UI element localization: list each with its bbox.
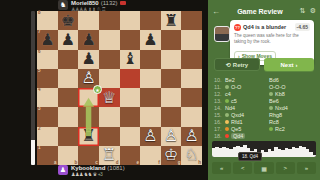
square-f7[interactable]: ♟: [140, 30, 161, 49]
square-g8[interactable]: ♜: [161, 11, 182, 30]
move-row: 14.Nd4Nxd4: [214, 104, 314, 111]
square-c6[interactable]: ♟: [78, 50, 99, 69]
good-move-icon: [225, 85, 229, 89]
blunder-icon: ??: [234, 24, 241, 31]
square-e4[interactable]: [120, 88, 141, 107]
square-c8[interactable]: [78, 11, 99, 30]
square-c3[interactable]: [78, 107, 99, 126]
square-d2[interactable]: [99, 127, 120, 146]
prev-move-button[interactable]: <: [233, 162, 252, 174]
blunder-move-icon: [225, 134, 229, 138]
rank-label-4: 4: [38, 88, 41, 93]
move-cell[interactable]: O-O: [225, 84, 269, 90]
move-row: 18.Qd4: [214, 132, 314, 139]
square-g5[interactable]: [161, 69, 182, 88]
move-number: 14.: [214, 105, 225, 111]
black-piece-r-g8: ♜: [164, 13, 178, 29]
panel-header: ← Game Review ⇅ ⚙: [208, 5, 320, 17]
game-review-panel: ← Game Review ⇅ ⚙ ?? Qd4 is a blunder -4…: [208, 0, 320, 180]
evaluation-bar-white: [31, 140, 35, 165]
rank-label-3: 3: [38, 107, 41, 112]
square-a2[interactable]: 2: [37, 127, 58, 146]
excellent-move-icon: [225, 99, 229, 103]
move-cell[interactable]: Rfd1: [225, 119, 269, 125]
square-g1[interactable]: ♔g: [161, 146, 182, 165]
square-a6[interactable]: 6: [37, 50, 58, 69]
move-cell[interactable]: Rhg8: [269, 112, 313, 118]
move-row: 13.c5Be6: [214, 97, 314, 104]
square-c1[interactable]: c: [78, 146, 99, 165]
black-piece-k-b8: ♚: [61, 13, 75, 29]
coach-headline: Qd4 is a blunder: [243, 24, 293, 30]
move-cell[interactable]: Qxd4: [225, 112, 269, 118]
square-h3[interactable]: [181, 107, 202, 126]
square-g7[interactable]: [161, 30, 182, 49]
square-e8[interactable]: [120, 11, 141, 30]
move-row: 11.O-OO-O-O: [214, 83, 314, 90]
evaluation-badge: -4.65: [295, 23, 310, 31]
best-move-badge-icon: ★: [93, 85, 102, 94]
square-f1[interactable]: f: [140, 146, 161, 165]
graph-tooltip: 18. Qd4: [238, 152, 262, 161]
square-e2[interactable]: [120, 127, 141, 146]
square-b7[interactable]: ♟: [58, 30, 79, 49]
black-piece-p-c7: ♟: [81, 32, 95, 48]
next-button[interactable]: Next ›: [264, 58, 314, 71]
square-e5[interactable]: [120, 69, 141, 88]
move-number: 13.: [214, 98, 225, 104]
move-cell[interactable]: O-O-O: [269, 84, 313, 90]
move-cell[interactable]: Rc2: [269, 126, 313, 132]
first-move-button[interactable]: «: [212, 162, 231, 174]
move-cell[interactable]: Bd6: [269, 77, 313, 83]
move-row: 10.Be2Bd6: [214, 76, 314, 83]
bottom-captured-pieces: ♟♟♟ ♞♞ ♛+3: [71, 172, 125, 177]
square-g4[interactable]: [161, 88, 182, 107]
square-d7[interactable]: [99, 30, 120, 49]
mistake-move-icon: [225, 127, 229, 131]
black-piece-r-c2: ♜: [81, 128, 95, 144]
coach-avatar: [214, 26, 230, 42]
rank-label-6: 6: [38, 50, 41, 55]
square-b6[interactable]: [58, 50, 79, 69]
square-f5[interactable]: [140, 69, 161, 88]
file-label-h: h: [198, 161, 201, 166]
square-a4[interactable]: 4: [37, 88, 58, 107]
square-c2[interactable]: ♜: [78, 127, 99, 146]
square-h1[interactable]: ♘h: [181, 146, 202, 165]
flip-board-icon[interactable]: ⇅: [300, 7, 306, 15]
playback-controls: «<▦>»: [212, 162, 316, 174]
square-h2[interactable]: ♙: [181, 127, 202, 146]
coach-subtext: The queen was safe here for the taking b…: [234, 33, 310, 44]
square-d6[interactable]: [99, 50, 120, 69]
move-cell[interactable]: Nd4: [225, 105, 269, 111]
square-a3[interactable]: 3: [37, 107, 58, 126]
retry-button[interactable]: ⟲ Retry: [214, 58, 260, 71]
move-cell[interactable]: Be6: [269, 98, 313, 104]
evaluation-bar: [31, 11, 35, 165]
top-player-avatar[interactable]: ♞: [58, 0, 68, 10]
move-row: 15.Qxd4Rhg8: [214, 111, 314, 118]
square-g2[interactable]: ♙: [161, 127, 182, 146]
retry-icon: ⟲: [226, 61, 231, 68]
square-c7[interactable]: ♟: [78, 30, 99, 49]
white-piece-r-d1: ♖: [102, 147, 116, 163]
square-h8[interactable]: [181, 11, 202, 30]
move-cell[interactable]: Nxd4: [269, 105, 313, 111]
square-h4[interactable]: [181, 88, 202, 107]
back-icon[interactable]: ←: [212, 7, 220, 16]
square-b3[interactable]: [58, 107, 79, 126]
square-f8[interactable]: [140, 11, 161, 30]
square-f2[interactable]: ♙: [140, 127, 161, 146]
file-label-f: f: [158, 161, 160, 166]
white-piece-p-g2: ♙: [164, 128, 178, 144]
file-label-e: e: [137, 161, 140, 166]
square-d1[interactable]: ♖d: [99, 146, 120, 165]
black-piece-p-f7: ♟: [143, 32, 157, 48]
panel-title: Game Review: [220, 8, 300, 15]
move-row: 17.Qe5Rc2: [214, 125, 314, 132]
move-cell[interactable]: Qd4: [225, 133, 269, 139]
move-number: 11.: [214, 84, 225, 90]
move-row: 12.c4Kb8: [214, 90, 314, 97]
chess-board[interactable]: 8♚♜♟7♟♟♟6♟♝5♙4♕32♜♙♙♙1abc♖def♔g♘h★: [37, 11, 202, 165]
move-number: 12.: [214, 91, 225, 97]
square-f6[interactable]: [140, 50, 161, 69]
good-move-icon: [269, 106, 273, 110]
move-cell[interactable]: Qe5: [225, 126, 269, 132]
square-e3[interactable]: [120, 107, 141, 126]
square-e7[interactable]: [120, 30, 141, 49]
square-d3[interactable]: [99, 107, 120, 126]
move-cell[interactable]: Be2: [225, 77, 269, 83]
board-move-button[interactable]: ▦: [254, 162, 273, 174]
rank-label-7: 7: [38, 30, 41, 35]
square-g3[interactable]: [161, 107, 182, 126]
square-h5[interactable]: [181, 69, 202, 88]
square-b1[interactable]: b: [58, 146, 79, 165]
rank-label-1: 1: [38, 146, 41, 151]
rank-label-2: 2: [38, 127, 41, 132]
square-h6[interactable]: [181, 50, 202, 69]
square-b4[interactable]: [58, 88, 79, 107]
white-piece-n-h1: ♘: [185, 147, 199, 163]
square-a8[interactable]: 8: [37, 11, 58, 30]
move-list: 10.Be2Bd611.O-OO-O-O12.c4Kb813.c5Be614.N…: [214, 76, 314, 139]
move-cell[interactable]: Kb8: [269, 91, 313, 97]
square-g6[interactable]: [161, 50, 182, 69]
black-piece-b-e6: ♝: [123, 51, 137, 67]
rank-label-5: 5: [38, 69, 41, 74]
bottom-player-avatar[interactable]: ♟: [58, 165, 68, 175]
square-f3[interactable]: [140, 107, 161, 126]
bottom-player-rating: (1081): [107, 165, 124, 171]
move-cell[interactable]: c4: [225, 91, 269, 97]
move-number: 10.: [214, 77, 225, 83]
next-arrow-icon: ›: [296, 62, 298, 68]
next-move-button[interactable]: >: [276, 162, 295, 174]
white-piece-q-d4: ♕: [102, 90, 116, 106]
evaluation-graph[interactable]: [212, 141, 316, 157]
square-b2[interactable]: [58, 127, 79, 146]
move-row: 16.Rfd1Rc8: [214, 118, 314, 125]
app: ♞ Moriel850 (1132) ♙♙♙♙ ♗♗ ♘ ♖ 8♚♜♟7♟♟♟6…: [0, 0, 320, 180]
white-piece-k-g1: ♔: [164, 147, 178, 163]
move-cell[interactable]: c5: [225, 98, 269, 104]
white-piece-p-c5: ♙: [81, 70, 95, 86]
square-a1[interactable]: 1a: [37, 146, 58, 165]
top-player-bar: ♞ Moriel850 (1132) ♙♙♙♙ ♗♗ ♘ ♖: [58, 0, 126, 11]
move-number: 15.: [214, 112, 225, 118]
square-f4[interactable]: [140, 88, 161, 107]
square-b5[interactable]: [58, 69, 79, 88]
move-number: 17.: [214, 126, 225, 132]
good-move-icon: [269, 92, 273, 96]
black-piece-p-a7: ♟: [40, 32, 54, 48]
good-move-icon: [225, 113, 229, 117]
square-h7[interactable]: [181, 30, 202, 49]
square-e6[interactable]: ♝: [120, 50, 141, 69]
file-label-g: g: [178, 161, 181, 166]
rank-label-8: 8: [38, 11, 41, 16]
square-d8[interactable]: [99, 11, 120, 30]
square-d4[interactable]: ♕: [99, 88, 120, 107]
white-piece-p-h2: ♙: [185, 128, 199, 144]
square-d5[interactable]: [99, 69, 120, 88]
square-a7[interactable]: ♟7: [37, 30, 58, 49]
bottom-player-bar: ♟ Kybookland (1081) ♟♟♟ ♞♞ ♛+3: [58, 165, 125, 179]
move-number: 18.: [214, 133, 225, 139]
square-a5[interactable]: 5: [37, 69, 58, 88]
file-label-a: a: [54, 161, 57, 166]
last-move-button[interactable]: »: [297, 162, 316, 174]
square-b8[interactable]: ♚: [58, 11, 79, 30]
square-e1[interactable]: e: [120, 146, 141, 165]
inaccuracy-move-icon: [225, 120, 229, 124]
black-piece-p-c6: ♟: [81, 51, 95, 67]
settings-gear-icon[interactable]: ⚙: [310, 7, 316, 15]
move-number: 16.: [214, 119, 225, 125]
country-flag-icon: [120, 1, 126, 5]
move-cell[interactable]: Rc8: [269, 119, 313, 125]
black-piece-p-b7: ♟: [61, 32, 75, 48]
white-piece-p-f2: ♙: [143, 128, 157, 144]
excellent-move-icon: [269, 127, 273, 131]
